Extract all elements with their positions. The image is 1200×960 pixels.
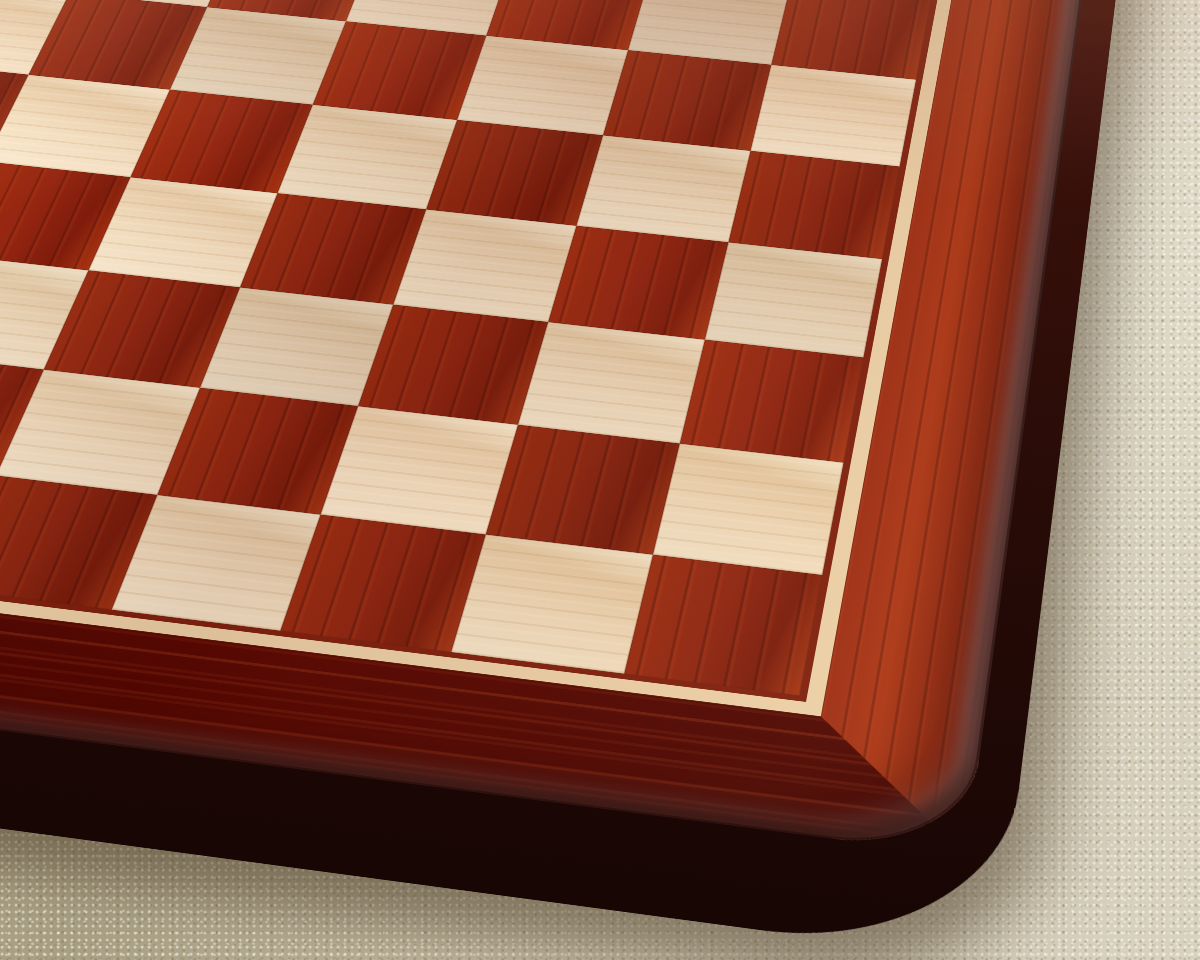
edge-shade xyxy=(0,0,1101,856)
board-top-surface xyxy=(0,0,1101,856)
chessboard xyxy=(0,0,1101,856)
scene xyxy=(0,0,1200,960)
